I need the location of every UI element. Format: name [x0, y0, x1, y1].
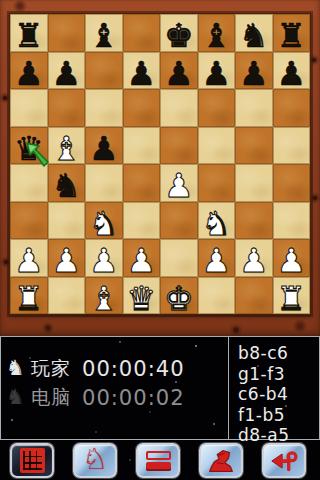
square-a4[interactable] — [10, 164, 48, 202]
square-g5[interactable] — [235, 127, 273, 165]
square-h3[interactable] — [273, 202, 311, 240]
square-e7[interactable]: ♟ — [160, 52, 198, 90]
stacked-bars-icon — [146, 451, 171, 471]
square-g6[interactable] — [235, 89, 273, 127]
black-pawn: ♟ — [89, 131, 119, 164]
computer-label: 电脑 — [31, 385, 71, 411]
white-pawn: ♟ — [164, 169, 194, 202]
computer-clock-row: ♞ 电脑 00:00:02 — [6, 383, 228, 412]
white-bishop: ♝ — [89, 281, 119, 314]
board-grid-icon — [20, 448, 45, 473]
square-a1[interactable]: ♜ — [10, 277, 48, 315]
chess-board: ♜♝♚♝♞♜♟♟♟♟♟♟♟♛♝♟♞♟♞♞♟♟♟♟♟♟♟♜♝♛♚♜ — [0, 0, 320, 336]
white-pawn: ♟ — [14, 244, 44, 277]
square-c2[interactable]: ♟ — [85, 239, 123, 277]
black-rook: ♜ — [14, 19, 44, 52]
white-pawn: ♟ — [126, 244, 156, 277]
square-c4[interactable] — [85, 164, 123, 202]
square-f8[interactable]: ♝ — [198, 14, 236, 52]
square-a8[interactable]: ♜ — [10, 14, 48, 52]
square-b7[interactable]: ♟ — [48, 52, 86, 90]
square-a6[interactable] — [10, 89, 48, 127]
toolbar: ♘ — [0, 440, 320, 480]
square-a7[interactable]: ♟ — [10, 52, 48, 90]
white-pawn: ♟ — [239, 244, 269, 277]
info-panel: ♞ 玩家 00:00:40 ♞ 电脑 00:00:02 b8-c6g1-f3c6… — [0, 336, 320, 440]
square-f2[interactable]: ♟ — [198, 239, 236, 277]
chess-app-screen: ♜♝♚♝♞♜♟♟♟♟♟♟♟♛♝♟♞♟♞♞♟♟♟♟♟♟♟♜♝♛♚♜ ♞ 玩家 00… — [0, 0, 320, 480]
black-pawn: ♟ — [164, 56, 194, 89]
black-knight: ♞ — [51, 169, 81, 202]
white-bishop: ♝ — [51, 131, 81, 164]
knight-icon: ♞ — [6, 358, 28, 379]
square-d1[interactable]: ♛ — [123, 277, 161, 315]
square-c3[interactable]: ♞ — [85, 202, 123, 240]
black-knight: ♞ — [239, 19, 269, 52]
knight-piece-icon: ♘ — [82, 445, 108, 474]
board-grid: ♜♝♚♝♞♜♟♟♟♟♟♟♟♛♝♟♞♟♞♞♟♟♟♟♟♟♟♜♝♛♚♜ — [9, 13, 311, 315]
square-b5[interactable]: ♝ — [48, 127, 86, 165]
square-d4[interactable] — [123, 164, 161, 202]
square-f1[interactable] — [198, 277, 236, 315]
square-b1[interactable] — [48, 277, 86, 315]
square-d2[interactable]: ♟ — [123, 239, 161, 277]
square-h4[interactable] — [273, 164, 311, 202]
square-d7[interactable]: ♟ — [123, 52, 161, 90]
player-clock: 00:00:40 — [82, 356, 185, 381]
square-e5[interactable] — [160, 127, 198, 165]
square-e3[interactable] — [160, 202, 198, 240]
white-rook: ♜ — [276, 281, 306, 314]
white-king: ♚ — [164, 281, 194, 314]
player-clock-row: ♞ 玩家 00:00:40 — [6, 354, 228, 383]
square-d5[interactable] — [123, 127, 161, 165]
black-king: ♚ — [164, 19, 194, 52]
black-pawn: ♟ — [126, 56, 156, 89]
white-pawn: ♟ — [201, 244, 231, 277]
board-button[interactable] — [10, 443, 54, 478]
square-a5[interactable]: ♛ — [10, 127, 48, 165]
square-e2[interactable] — [160, 239, 198, 277]
square-f4[interactable] — [198, 164, 236, 202]
square-h7[interactable]: ♟ — [273, 52, 311, 90]
square-g2[interactable]: ♟ — [235, 239, 273, 277]
white-rook: ♜ — [14, 281, 44, 314]
square-f7[interactable]: ♟ — [198, 52, 236, 90]
square-a3[interactable] — [10, 202, 48, 240]
player-label: 玩家 — [31, 356, 71, 382]
square-b8[interactable] — [48, 14, 86, 52]
square-h6[interactable] — [273, 89, 311, 127]
undo-arrow-icon — [269, 446, 299, 476]
square-g7[interactable]: ♟ — [235, 52, 273, 90]
levels-button[interactable] — [136, 443, 180, 478]
square-e8[interactable]: ♚ — [160, 14, 198, 52]
square-e1[interactable]: ♚ — [160, 277, 198, 315]
white-knight: ♞ — [201, 206, 231, 239]
square-e6[interactable] — [160, 89, 198, 127]
pieces-heap-icon — [206, 446, 236, 476]
black-bishop: ♝ — [201, 19, 231, 52]
move-item: c6-b4 — [238, 384, 319, 405]
clock-panel: ♞ 玩家 00:00:40 ♞ 电脑 00:00:02 — [0, 337, 229, 439]
undo-button[interactable] — [262, 443, 306, 478]
square-c6[interactable] — [85, 89, 123, 127]
pieces-button[interactable] — [199, 443, 243, 478]
black-bishop: ♝ — [89, 19, 119, 52]
square-g3[interactable] — [235, 202, 273, 240]
square-e4[interactable]: ♟ — [160, 164, 198, 202]
black-rook: ♜ — [276, 19, 306, 52]
move-item: b8-c6 — [238, 343, 319, 364]
black-queen: ♛ — [14, 131, 44, 164]
square-h5[interactable] — [273, 127, 311, 165]
computer-clock: 00:00:02 — [82, 385, 185, 410]
square-c8[interactable]: ♝ — [85, 14, 123, 52]
square-b2[interactable]: ♟ — [48, 239, 86, 277]
square-h2[interactable]: ♟ — [273, 239, 311, 277]
square-a2[interactable]: ♟ — [10, 239, 48, 277]
move-item: g1-f3 — [238, 364, 319, 385]
white-pawn: ♟ — [276, 244, 306, 277]
square-d3[interactable] — [123, 202, 161, 240]
square-c1[interactable]: ♝ — [85, 277, 123, 315]
square-g4[interactable] — [235, 164, 273, 202]
square-d6[interactable] — [123, 89, 161, 127]
white-knight: ♞ — [89, 206, 119, 239]
square-b3[interactable] — [48, 202, 86, 240]
square-g8[interactable]: ♞ — [235, 14, 273, 52]
move-item: f1-b5 — [238, 405, 319, 426]
white-queen: ♛ — [126, 281, 156, 314]
square-g1[interactable] — [235, 277, 273, 315]
square-f6[interactable] — [198, 89, 236, 127]
black-pawn: ♟ — [201, 56, 231, 89]
piece-select-button[interactable]: ♘ — [73, 443, 117, 478]
square-c5[interactable]: ♟ — [85, 127, 123, 165]
square-b4[interactable]: ♞ — [48, 164, 86, 202]
square-f3[interactable]: ♞ — [198, 202, 236, 240]
white-pawn: ♟ — [89, 244, 119, 277]
move-list: b8-c6g1-f3c6-b4f1-b5d8-a5 — [229, 337, 320, 439]
knight-icon: ♞ — [6, 387, 28, 408]
white-pawn: ♟ — [51, 244, 81, 277]
black-pawn: ♟ — [14, 56, 44, 89]
square-h8[interactable]: ♜ — [273, 14, 311, 52]
black-pawn: ♟ — [51, 56, 81, 89]
black-pawn: ♟ — [239, 56, 269, 89]
square-c7[interactable] — [85, 52, 123, 90]
black-pawn: ♟ — [276, 56, 306, 89]
square-h1[interactable]: ♜ — [273, 277, 311, 315]
square-b6[interactable] — [48, 89, 86, 127]
square-d8[interactable] — [123, 14, 161, 52]
square-f5[interactable] — [198, 127, 236, 165]
